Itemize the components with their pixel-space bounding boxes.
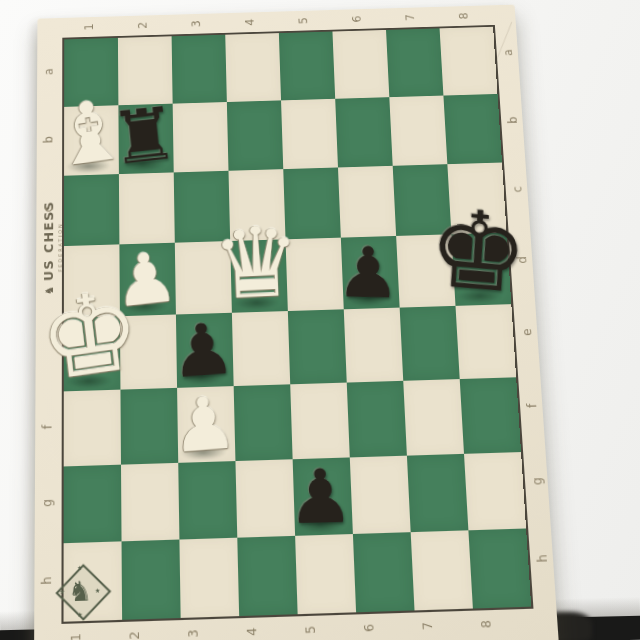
- square-f8[interactable]: [460, 377, 521, 454]
- white-king-glyph: ♚: [34, 276, 147, 394]
- square-h3[interactable]: [179, 538, 239, 618]
- square-f6[interactable]: [347, 381, 407, 458]
- square-b6[interactable]: [335, 97, 392, 167]
- black-pawn-glyph: ♟: [168, 314, 237, 387]
- square-f4[interactable]: [234, 384, 293, 461]
- file-label-left-h: h: [36, 541, 57, 620]
- piece-black-pawn[interactable]: ♟: [174, 311, 232, 386]
- square-h4[interactable]: [237, 536, 297, 616]
- vinyl-mat: ♞US CHESS FEDERATION ♞ ★ ★ ★ ★ 112233445…: [34, 5, 559, 640]
- piece-black-pawn[interactable]: ♟: [339, 234, 398, 307]
- square-b8[interactable]: [443, 94, 502, 164]
- square-h2[interactable]: [122, 540, 181, 620]
- square-g2[interactable]: [121, 463, 179, 542]
- square-b7[interactable]: [389, 96, 447, 166]
- piece-white-queen[interactable]: ♛: [228, 237, 286, 310]
- square-f5[interactable]: [290, 383, 350, 460]
- white-queen-glyph: ♛: [210, 215, 303, 311]
- square-g7[interactable]: [407, 454, 468, 532]
- logo-star: ★: [95, 586, 101, 594]
- rank-label-bottom-8: 8: [456, 609, 516, 639]
- photo-stage: ♞US CHESS FEDERATION ♞ ★ ★ ★ ★ 112233445…: [0, 0, 640, 640]
- rank-label-bottom-4: 4: [222, 617, 281, 640]
- square-f7[interactable]: [403, 379, 464, 456]
- square-g6[interactable]: [350, 456, 411, 534]
- rank-label-bottom-1: 1: [47, 623, 106, 640]
- square-c6[interactable]: [338, 166, 396, 238]
- black-rook-glyph: ♜: [107, 98, 182, 174]
- square-b3[interactable]: [173, 102, 229, 172]
- file-label-right-g: g: [525, 443, 551, 520]
- black-pawn-glyph: ♟: [287, 461, 355, 533]
- rank-label-top-7: 7: [383, 8, 437, 27]
- rank-label-top-1: 1: [62, 17, 116, 37]
- file-label-right-a: a: [496, 19, 520, 87]
- square-c2[interactable]: [119, 172, 175, 244]
- square-b5[interactable]: [281, 99, 338, 169]
- square-c1[interactable]: [64, 174, 119, 246]
- square-g1[interactable]: [64, 465, 122, 544]
- black-king-glyph: ♚: [425, 196, 530, 306]
- rank-label-top-2: 2: [116, 16, 170, 36]
- chess-board: ♞US CHESS FEDERATION ♞ ★ ★ ★ ★ 112233445…: [34, 5, 559, 640]
- square-a3[interactable]: [172, 35, 227, 104]
- square-g3[interactable]: [178, 461, 237, 539]
- logo-star: ★: [59, 588, 65, 596]
- rank-label-bottom-6: 6: [339, 613, 399, 640]
- piece-white-king[interactable]: ♚: [62, 314, 119, 389]
- file-label-right-b: b: [501, 86, 525, 155]
- rank-label-bottom-2: 2: [105, 621, 164, 640]
- rank-label-bottom-3: 3: [164, 619, 223, 640]
- logo-star: ★: [77, 610, 83, 618]
- piece-black-pawn[interactable]: ♟: [291, 455, 351, 533]
- square-a5[interactable]: [279, 32, 335, 101]
- square-h7[interactable]: [411, 530, 473, 610]
- file-label-right-f: f: [520, 369, 545, 444]
- rank-label-top-6: 6: [330, 9, 384, 28]
- square-a8[interactable]: [440, 27, 498, 96]
- white-pawn-glyph: ♟: [169, 387, 239, 461]
- rank-label-top-4: 4: [223, 13, 277, 33]
- square-e5[interactable]: [288, 309, 347, 384]
- square-a4[interactable]: [225, 33, 281, 102]
- square-b4[interactable]: [227, 100, 283, 170]
- rank-label-top-3: 3: [169, 14, 223, 34]
- logo-knight-icon: ♞: [68, 577, 92, 605]
- square-h8[interactable]: [468, 528, 531, 608]
- square-e7[interactable]: [400, 306, 460, 381]
- piece-black-king[interactable]: ♚: [449, 231, 509, 304]
- rank-label-top-8: 8: [436, 6, 491, 25]
- file-label-left-g: g: [37, 465, 58, 542]
- square-a6[interactable]: [332, 30, 389, 99]
- logo-star: ★: [77, 564, 83, 572]
- square-e6[interactable]: [344, 308, 403, 383]
- square-e4[interactable]: [232, 311, 290, 386]
- knight-in-diamond-logo: ♞ ★ ★ ★ ★: [49, 554, 112, 628]
- rank-label-bottom-5: 5: [281, 615, 341, 640]
- rank-label-bottom-7: 7: [398, 611, 458, 640]
- piece-white-pawn[interactable]: ♟: [175, 384, 233, 461]
- piece-black-rook[interactable]: ♜: [116, 102, 171, 172]
- square-a7[interactable]: [386, 28, 443, 97]
- square-h5[interactable]: [295, 534, 356, 614]
- square-g8[interactable]: [464, 452, 526, 530]
- square-h6[interactable]: [353, 532, 415, 612]
- file-label-right-h: h: [530, 519, 556, 598]
- black-pawn-glyph: ♟: [336, 239, 400, 306]
- rank-label-top-5: 5: [276, 11, 330, 31]
